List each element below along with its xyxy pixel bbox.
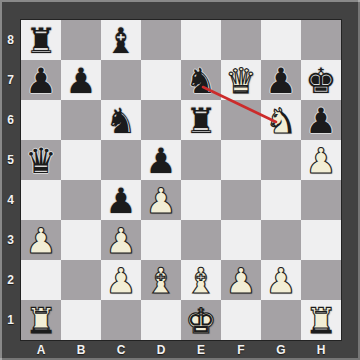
rank-label-6: 6 xyxy=(0,100,21,140)
square-e5[interactable] xyxy=(181,140,221,180)
square-h2[interactable] xyxy=(301,260,341,300)
file-labels: ABCDEFGH xyxy=(21,341,341,358)
square-d8[interactable] xyxy=(141,20,181,60)
square-a8[interactable]: ♜ xyxy=(21,20,61,60)
file-label-g: G xyxy=(261,341,301,358)
square-f6[interactable] xyxy=(221,100,261,140)
black-queen[interactable]: ♛ xyxy=(25,144,56,179)
square-g2[interactable]: ♟ xyxy=(261,260,301,300)
square-b8[interactable] xyxy=(61,20,101,60)
square-b3[interactable] xyxy=(61,220,101,260)
white-pawn[interactable]: ♟ xyxy=(105,224,136,259)
square-d6[interactable] xyxy=(141,100,181,140)
square-b7[interactable]: ♟ xyxy=(61,60,101,100)
rank-label-1: 1 xyxy=(0,300,21,340)
square-d7[interactable] xyxy=(141,60,181,100)
file-label-c: C xyxy=(101,341,141,358)
square-a4[interactable] xyxy=(21,180,61,220)
square-h3[interactable] xyxy=(301,220,341,260)
black-knight[interactable]: ♞ xyxy=(185,64,216,99)
square-h4[interactable] xyxy=(301,180,341,220)
square-g4[interactable] xyxy=(261,180,301,220)
square-g1[interactable] xyxy=(261,300,301,340)
rank-label-4: 4 xyxy=(0,180,21,220)
black-pawn[interactable]: ♟ xyxy=(65,64,96,99)
square-g6[interactable]: ♞ xyxy=(261,100,301,140)
white-pawn[interactable]: ♟ xyxy=(225,264,256,299)
file-label-a: A xyxy=(21,341,61,358)
square-f3[interactable] xyxy=(221,220,261,260)
square-f7[interactable]: ♛ xyxy=(221,60,261,100)
square-h1[interactable]: ♜ xyxy=(301,300,341,340)
file-label-e: E xyxy=(181,341,221,358)
white-king[interactable]: ♚ xyxy=(185,304,216,339)
square-h7[interactable]: ♚ xyxy=(301,60,341,100)
square-b6[interactable] xyxy=(61,100,101,140)
black-king[interactable]: ♚ xyxy=(305,64,336,99)
white-rook[interactable]: ♜ xyxy=(305,304,336,339)
square-d5[interactable]: ♟ xyxy=(141,140,181,180)
white-rook[interactable]: ♜ xyxy=(25,304,56,339)
file-label-b: B xyxy=(61,341,101,358)
square-c3[interactable]: ♟ xyxy=(101,220,141,260)
square-g3[interactable] xyxy=(261,220,301,260)
square-h8[interactable] xyxy=(301,20,341,60)
square-c4[interactable]: ♟ xyxy=(101,180,141,220)
rank-labels: 87654321 xyxy=(0,20,21,340)
white-pawn[interactable]: ♟ xyxy=(305,144,336,179)
square-e4[interactable] xyxy=(181,180,221,220)
square-d2[interactable]: ♝ xyxy=(141,260,181,300)
square-a5[interactable]: ♛ xyxy=(21,140,61,180)
square-b5[interactable] xyxy=(61,140,101,180)
white-bishop[interactable]: ♝ xyxy=(145,264,176,299)
black-rook[interactable]: ♜ xyxy=(25,24,56,59)
black-knight[interactable]: ♞ xyxy=(105,104,136,139)
square-c8[interactable]: ♝ xyxy=(101,20,141,60)
square-c2[interactable]: ♟ xyxy=(101,260,141,300)
square-c5[interactable] xyxy=(101,140,141,180)
file-label-h: H xyxy=(301,341,341,358)
square-b2[interactable] xyxy=(61,260,101,300)
square-g8[interactable] xyxy=(261,20,301,60)
square-g7[interactable]: ♟ xyxy=(261,60,301,100)
square-c6[interactable]: ♞ xyxy=(101,100,141,140)
square-d1[interactable] xyxy=(141,300,181,340)
chess-board: ♜♝♟♟♞♛♟♚♞♜♞♟♛♟♟♟♟♟♟♟♝♝♟♟♜♚♜ xyxy=(21,20,341,340)
square-b1[interactable] xyxy=(61,300,101,340)
rank-label-8: 8 xyxy=(0,20,21,60)
white-knight[interactable]: ♞ xyxy=(265,104,296,139)
black-bishop[interactable]: ♝ xyxy=(105,24,136,59)
black-pawn[interactable]: ♟ xyxy=(105,184,136,219)
square-a3[interactable]: ♟ xyxy=(21,220,61,260)
white-pawn[interactable]: ♟ xyxy=(265,264,296,299)
white-pawn[interactable]: ♟ xyxy=(25,224,56,259)
square-a6[interactable] xyxy=(21,100,61,140)
square-d4[interactable]: ♟ xyxy=(141,180,181,220)
square-a2[interactable] xyxy=(21,260,61,300)
square-a1[interactable]: ♜ xyxy=(21,300,61,340)
white-pawn[interactable]: ♟ xyxy=(145,184,176,219)
file-label-d: D xyxy=(141,341,181,358)
chess-board-frame: 87654321 ♜♝♟♟♞♛♟♚♞♜♞♟♛♟♟♟♟♟♟♟♝♝♟♟♜♚♜ ABC… xyxy=(0,0,360,360)
square-a7[interactable]: ♟ xyxy=(21,60,61,100)
rank-label-7: 7 xyxy=(0,60,21,100)
square-b4[interactable] xyxy=(61,180,101,220)
black-pawn[interactable]: ♟ xyxy=(265,64,296,99)
square-f8[interactable] xyxy=(221,20,261,60)
white-bishop[interactable]: ♝ xyxy=(185,264,216,299)
rank-label-3: 3 xyxy=(0,220,21,260)
square-c7[interactable] xyxy=(101,60,141,100)
white-queen[interactable]: ♛ xyxy=(225,64,256,99)
square-e8[interactable] xyxy=(181,20,221,60)
square-d3[interactable] xyxy=(141,220,181,260)
black-pawn[interactable]: ♟ xyxy=(305,104,336,139)
file-label-f: F xyxy=(221,341,261,358)
square-e1[interactable]: ♚ xyxy=(181,300,221,340)
square-g5[interactable] xyxy=(261,140,301,180)
white-pawn[interactable]: ♟ xyxy=(105,264,136,299)
square-h6[interactable]: ♟ xyxy=(301,100,341,140)
black-pawn[interactable]: ♟ xyxy=(25,64,56,99)
rank-label-2: 2 xyxy=(0,260,21,300)
square-c1[interactable] xyxy=(101,300,141,340)
black-rook[interactable]: ♜ xyxy=(185,104,216,139)
black-pawn[interactable]: ♟ xyxy=(145,144,176,179)
square-e7[interactable]: ♞ xyxy=(181,60,221,100)
square-e3[interactable] xyxy=(181,220,221,260)
square-e6[interactable]: ♜ xyxy=(181,100,221,140)
square-f2[interactable]: ♟ xyxy=(221,260,261,300)
square-f5[interactable] xyxy=(221,140,261,180)
square-f1[interactable] xyxy=(221,300,261,340)
square-e2[interactable]: ♝ xyxy=(181,260,221,300)
rank-label-5: 5 xyxy=(0,140,21,180)
square-h5[interactable]: ♟ xyxy=(301,140,341,180)
square-f4[interactable] xyxy=(221,180,261,220)
